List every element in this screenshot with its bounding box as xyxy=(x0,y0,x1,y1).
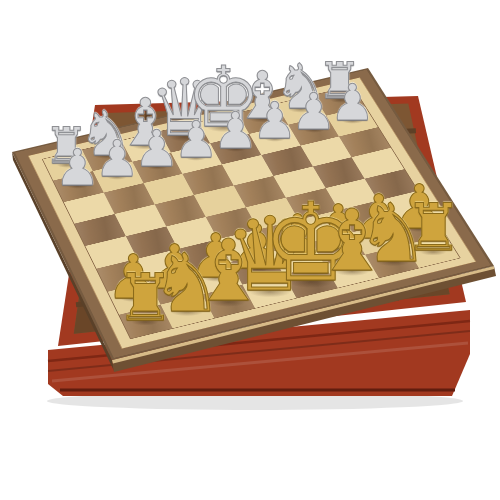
piece-black-pawn-h7: ♟ xyxy=(330,77,375,127)
piece-black-pawn-a7: ♟ xyxy=(55,143,100,193)
piece-black-pawn-b7: ♟ xyxy=(94,133,139,183)
piece-white-rook-h1: ♜ xyxy=(404,196,462,261)
pieces-layer: ♜♞♝♛♚♝♞♜♟♟♟♟♟♟♟♟♟♟♟♟♟♟♟♟♜♞♝♛♚♝♞♜ xyxy=(0,0,500,500)
chess-set-photo: ♜♞♝♛♚♝♞♜♟♟♟♟♟♟♟♟♟♟♟♟♟♟♟♟♜♞♝♛♚♝♞♜ xyxy=(0,0,500,500)
